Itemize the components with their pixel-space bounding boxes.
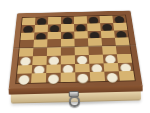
square-g1[interactable]: ● bbox=[104, 71, 120, 81]
photo-stage: ●●●●●●●●●●●●●●●●●●●●●●●● bbox=[0, 0, 150, 113]
square-h1[interactable] bbox=[119, 71, 135, 81]
game-board-box: ●●●●●●●●●●●●●●●●●●●●●●●● bbox=[9, 11, 143, 90]
square-c3[interactable]: ● bbox=[47, 55, 61, 64]
black-checker-piece[interactable]: ● bbox=[23, 26, 34, 32]
square-b1[interactable] bbox=[31, 73, 46, 83]
black-checker-piece[interactable]: ● bbox=[62, 32, 73, 38]
white-checker-piece[interactable]: ● bbox=[106, 73, 119, 80]
white-checker-piece[interactable]: ● bbox=[77, 73, 89, 80]
square-g3[interactable]: ● bbox=[103, 54, 118, 63]
black-checker-piece[interactable]: ● bbox=[101, 24, 112, 30]
black-checker-piece[interactable]: ● bbox=[35, 33, 46, 39]
board-grid: ●●●●●●●●●●●●●●●●●●●●●●●● bbox=[16, 15, 134, 83]
black-checker-piece[interactable]: ● bbox=[115, 31, 127, 37]
black-checker-piece[interactable]: ● bbox=[62, 17, 73, 23]
square-a3[interactable]: ● bbox=[18, 56, 33, 65]
square-e3[interactable]: ● bbox=[75, 55, 89, 64]
white-checker-piece[interactable]: ● bbox=[119, 63, 132, 70]
square-h2[interactable]: ● bbox=[118, 62, 134, 71]
square-c1[interactable]: ● bbox=[46, 73, 61, 83]
square-d2[interactable]: ● bbox=[61, 64, 76, 73]
white-checker-piece[interactable]: ● bbox=[91, 64, 103, 71]
black-checker-piece[interactable]: ● bbox=[75, 24, 86, 30]
photo-tilt-wrapper: ●●●●●●●●●●●●●●●●●●●●●●●● bbox=[0, 0, 150, 113]
square-f1[interactable] bbox=[90, 72, 105, 82]
square-a1[interactable]: ● bbox=[16, 74, 31, 84]
black-checker-piece[interactable]: ● bbox=[36, 18, 47, 24]
square-e1[interactable]: ● bbox=[75, 72, 90, 82]
white-checker-piece[interactable]: ● bbox=[18, 75, 31, 82]
white-checker-piece[interactable]: ● bbox=[104, 55, 116, 62]
black-checker-piece[interactable]: ● bbox=[89, 32, 100, 38]
square-f2[interactable]: ● bbox=[89, 63, 104, 72]
black-checker-piece[interactable]: ● bbox=[88, 17, 99, 23]
white-checker-piece[interactable]: ● bbox=[62, 65, 74, 72]
square-b2[interactable]: ● bbox=[32, 64, 47, 73]
white-checker-piece[interactable]: ● bbox=[76, 56, 88, 63]
black-checker-piece[interactable]: ● bbox=[114, 16, 125, 22]
board-playing-area: ●●●●●●●●●●●●●●●●●●●●●●●● bbox=[15, 15, 136, 84]
white-checker-piece[interactable]: ● bbox=[48, 57, 60, 64]
white-checker-piece[interactable]: ● bbox=[47, 74, 59, 81]
black-checker-piece[interactable]: ● bbox=[49, 25, 60, 31]
square-d1[interactable] bbox=[61, 73, 76, 83]
white-checker-piece[interactable]: ● bbox=[19, 57, 31, 64]
white-checker-piece[interactable]: ● bbox=[33, 66, 45, 73]
